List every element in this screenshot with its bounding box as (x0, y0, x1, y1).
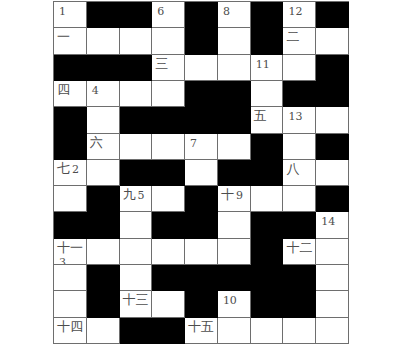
across-label: 十三 (123, 293, 149, 306)
crossword-grid: 16812一二三11四4五13六7七2八九5十914十一3十二十三10十四十五 (53, 1, 349, 344)
across-label: 二 (286, 30, 299, 43)
black-cell (87, 186, 120, 212)
white-cell[interactable]: 一 (54, 28, 87, 54)
down-clue-number: 8 (223, 6, 230, 18)
across-label: 十一 (57, 241, 83, 254)
white-cell[interactable] (316, 160, 349, 186)
white-cell[interactable] (120, 28, 153, 54)
across-label: 三 (155, 57, 168, 70)
black-cell (54, 134, 87, 160)
black-cell (283, 212, 316, 238)
black-cell (316, 2, 349, 28)
black-cell (120, 55, 153, 81)
black-cell (120, 318, 153, 344)
down-clue-number: 13 (288, 111, 302, 123)
white-cell[interactable]: 12 (283, 2, 316, 28)
white-cell[interactable] (120, 212, 153, 238)
white-cell[interactable]: 十一3 (54, 239, 87, 265)
white-cell[interactable] (87, 107, 120, 133)
white-cell[interactable] (185, 160, 218, 186)
black-cell (185, 212, 218, 238)
crossword-page: 16812一二三11四4五13六7七2八九5十914十一3十二十三10十四十五 (0, 0, 400, 361)
white-cell[interactable]: 十二 (283, 239, 316, 265)
white-cell[interactable] (218, 55, 251, 81)
white-cell[interactable]: 十三 (120, 291, 153, 317)
white-cell[interactable] (316, 318, 349, 344)
black-cell (54, 212, 87, 238)
black-cell (316, 186, 349, 212)
black-cell (120, 2, 153, 28)
black-cell (218, 160, 251, 186)
across-label: 一 (57, 30, 70, 43)
white-cell[interactable]: 二 (283, 28, 316, 54)
white-cell[interactable] (54, 291, 87, 317)
white-cell[interactable] (120, 265, 153, 291)
black-cell (251, 134, 284, 160)
down-clue-number: 4 (92, 85, 99, 97)
black-cell (251, 212, 284, 238)
black-cell (152, 265, 185, 291)
white-cell[interactable] (87, 239, 120, 265)
black-cell (185, 107, 218, 133)
white-cell[interactable]: 7 (185, 134, 218, 160)
black-cell (120, 160, 153, 186)
black-cell (251, 28, 284, 54)
white-cell[interactable]: 四 (54, 81, 87, 107)
down-clue-number: 5 (138, 190, 145, 202)
white-cell[interactable] (152, 81, 185, 107)
across-label: 四 (57, 83, 70, 96)
white-cell[interactable] (87, 318, 120, 344)
down-clue-number: 6 (157, 6, 164, 18)
white-cell[interactable]: 十四 (54, 318, 87, 344)
down-clue-number: 14 (321, 216, 335, 228)
white-cell[interactable]: 4 (87, 81, 120, 107)
black-cell (283, 265, 316, 291)
white-cell[interactable] (152, 291, 185, 317)
white-cell[interactable] (54, 186, 87, 212)
black-cell (251, 160, 284, 186)
white-cell[interactable] (218, 239, 251, 265)
white-cell[interactable] (87, 28, 120, 54)
black-cell (251, 265, 284, 291)
black-cell (316, 134, 349, 160)
white-cell[interactable] (120, 239, 153, 265)
black-cell (218, 265, 251, 291)
across-label: 十二 (286, 241, 312, 254)
white-cell[interactable]: 七2 (54, 160, 87, 186)
black-cell (87, 55, 120, 81)
white-cell[interactable] (152, 186, 185, 212)
white-cell[interactable] (316, 107, 349, 133)
white-cell[interactable] (283, 318, 316, 344)
black-cell (316, 81, 349, 107)
black-cell (54, 107, 87, 133)
white-cell[interactable] (185, 239, 218, 265)
black-cell (152, 107, 185, 133)
across-label: 七 (57, 162, 70, 175)
white-cell[interactable] (218, 28, 251, 54)
black-cell (185, 265, 218, 291)
black-cell (185, 2, 218, 28)
black-cell (87, 2, 120, 28)
black-cell (152, 212, 185, 238)
black-cell (251, 2, 284, 28)
white-cell[interactable] (283, 186, 316, 212)
down-clue-number: 1 (59, 6, 66, 18)
white-cell[interactable] (316, 265, 349, 291)
down-clue-number: 7 (190, 138, 197, 150)
across-label: 九 (123, 188, 136, 201)
white-cell[interactable] (218, 212, 251, 238)
white-cell[interactable] (218, 318, 251, 344)
white-cell[interactable] (283, 55, 316, 81)
black-cell (87, 265, 120, 291)
white-cell[interactable]: 十9 (218, 186, 251, 212)
white-cell[interactable] (152, 239, 185, 265)
black-cell (152, 318, 185, 344)
white-cell[interactable] (152, 134, 185, 160)
white-cell[interactable]: 14 (316, 212, 349, 238)
white-cell[interactable] (316, 28, 349, 54)
black-cell (54, 55, 87, 81)
down-clue-number: 9 (236, 190, 243, 202)
down-clue-number: 3 (59, 257, 66, 265)
black-cell (218, 81, 251, 107)
white-cell[interactable]: 五 (251, 107, 284, 133)
white-cell[interactable]: 10 (218, 291, 251, 317)
black-cell (185, 291, 218, 317)
across-label: 五 (254, 109, 267, 122)
white-cell[interactable] (120, 134, 153, 160)
white-cell[interactable] (316, 239, 349, 265)
black-cell (185, 186, 218, 212)
across-label: 六 (90, 136, 103, 149)
black-cell (120, 107, 153, 133)
white-cell[interactable]: 十五 (185, 318, 218, 344)
across-label: 十四 (57, 320, 83, 333)
white-cell[interactable] (316, 291, 349, 317)
down-clue-number: 2 (72, 164, 79, 176)
black-cell (185, 28, 218, 54)
white-cell[interactable]: 8 (218, 2, 251, 28)
down-clue-number: 11 (256, 59, 270, 71)
black-cell (87, 291, 120, 317)
black-cell (251, 291, 284, 317)
white-cell[interactable]: 13 (283, 107, 316, 133)
white-cell[interactable]: 八 (283, 160, 316, 186)
white-cell[interactable]: 六 (87, 134, 120, 160)
white-cell[interactable] (152, 28, 185, 54)
black-cell (152, 160, 185, 186)
black-cell (316, 55, 349, 81)
white-cell[interactable]: 三 (152, 55, 185, 81)
white-cell[interactable] (120, 81, 153, 107)
black-cell (185, 81, 218, 107)
down-clue-number: 10 (223, 295, 237, 307)
white-cell[interactable] (54, 265, 87, 291)
across-label: 十五 (188, 320, 214, 333)
across-label: 八 (286, 162, 299, 175)
white-cell[interactable] (251, 318, 284, 344)
black-cell (87, 212, 120, 238)
black-cell (218, 107, 251, 133)
white-cell[interactable] (218, 134, 251, 160)
black-cell (283, 291, 316, 317)
white-cell[interactable] (283, 134, 316, 160)
down-clue-number: 12 (288, 6, 302, 18)
white-cell[interactable]: 6 (152, 2, 185, 28)
white-cell[interactable] (251, 186, 284, 212)
across-label: 十 (221, 188, 234, 201)
white-cell[interactable] (185, 55, 218, 81)
white-cell[interactable] (87, 160, 120, 186)
white-cell[interactable]: 1 (54, 2, 87, 28)
white-cell[interactable] (251, 81, 284, 107)
white-cell[interactable]: 11 (251, 55, 284, 81)
black-cell (283, 81, 316, 107)
black-cell (251, 239, 284, 265)
white-cell[interactable]: 九5 (120, 186, 153, 212)
